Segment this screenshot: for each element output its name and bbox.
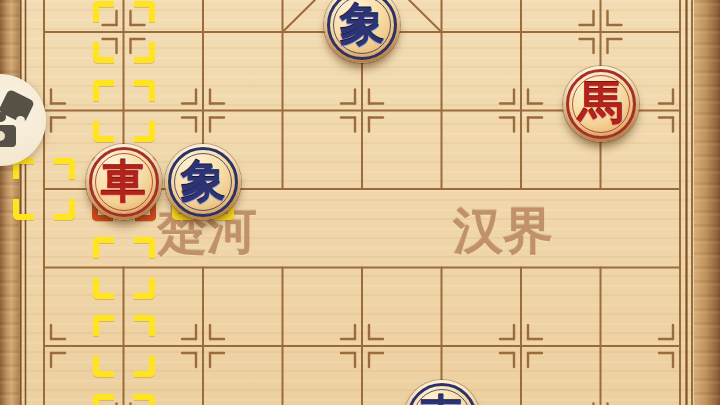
pieces-layer: 象馬車象車	[0, 0, 720, 405]
piece-glyph: 車	[404, 380, 480, 405]
puzzle-knob-icon	[0, 112, 6, 122]
piece-black-elephant[interactable]: 象	[324, 0, 400, 63]
piece-black-elephant[interactable]: 象	[165, 144, 241, 220]
piece-glyph: 車	[86, 144, 162, 220]
piece-black-chariot[interactable]: 車	[404, 380, 480, 405]
piece-glyph: 馬	[563, 66, 639, 142]
puzzle-notch-icon	[16, 116, 25, 125]
piece-glyph: 象	[324, 0, 400, 63]
piece-red-chariot[interactable]: 車	[86, 144, 162, 220]
piece-red-horse[interactable]: 馬	[563, 66, 639, 142]
piece-glyph: 象	[165, 144, 241, 220]
xiangqi-app-screen: 楚河 汉界 象馬車象車	[0, 0, 720, 405]
